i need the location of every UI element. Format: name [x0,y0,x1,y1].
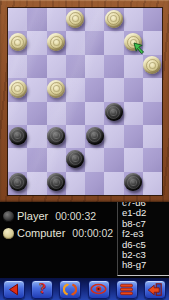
square-b5[interactable] [27,78,46,101]
square-d3[interactable] [66,125,85,148]
help-button[interactable]: ? [31,280,53,299]
board [8,8,162,195]
square-a1[interactable] [8,172,27,195]
player-row: Player 00:00:32 [3,210,96,222]
square-h4[interactable] [143,102,162,125]
square-a7[interactable] [8,31,27,54]
square-f4[interactable] [104,102,123,125]
question-mark-icon: ? [39,282,46,296]
square-g7[interactable] [124,31,143,54]
square-a3[interactable] [8,125,27,148]
square-h6[interactable] [143,55,162,78]
exit-button[interactable] [144,280,166,299]
black-piece-a3[interactable] [9,127,27,145]
square-c8[interactable] [47,8,66,31]
square-d1[interactable] [66,172,85,195]
square-d2[interactable] [66,148,85,171]
square-f8[interactable] [104,8,123,31]
white-piece-c5[interactable] [47,80,65,98]
list-bars-icon [119,283,134,296]
square-a4[interactable] [8,102,27,125]
back-arrow-icon [7,283,21,296]
square-g1[interactable] [124,172,143,195]
square-b2[interactable] [27,148,46,171]
white-piece-a5[interactable] [9,80,27,98]
square-f7[interactable] [104,31,123,54]
square-d5[interactable] [66,78,85,101]
view-button[interactable] [88,280,110,299]
square-c6[interactable] [47,55,66,78]
black-piece-g1[interactable] [124,173,142,191]
square-c5[interactable] [47,78,66,101]
square-a5[interactable] [8,78,27,101]
square-e8[interactable] [85,8,104,31]
move-entry: h8-g7 [122,260,169,270]
square-b8[interactable] [27,8,46,31]
computer-piece-icon [3,228,14,239]
black-piece-a1[interactable] [9,173,27,191]
square-c7[interactable] [47,31,66,54]
black-piece-c3[interactable] [47,127,65,145]
square-c3[interactable] [47,125,66,148]
square-e1[interactable] [85,172,104,195]
move-list: c7-d6e1-d2b8-c7f2-e3d6-c5b2-c3h8-g7 [122,202,169,271]
bottom-toolbar: ? [0,278,169,300]
exit-door-arrow-icon [147,283,162,296]
black-piece-f4[interactable] [105,103,123,121]
white-piece-c7[interactable] [47,33,65,51]
square-b6[interactable] [27,55,46,78]
square-d4[interactable] [66,102,85,125]
square-e3[interactable] [85,125,104,148]
last-move-cursor-icon [133,42,145,54]
eye-icon [90,283,107,295]
white-piece-a7[interactable] [9,33,27,51]
square-c1[interactable] [47,172,66,195]
square-f5[interactable] [104,78,123,101]
square-b3[interactable] [27,125,46,148]
square-h1[interactable] [143,172,162,195]
square-a8[interactable] [8,8,27,31]
square-h3[interactable] [143,125,162,148]
computer-clock: 00:00:02 [72,227,113,239]
square-e6[interactable] [85,55,104,78]
square-e7[interactable] [85,31,104,54]
square-b7[interactable] [27,31,46,54]
square-d8[interactable] [66,8,85,31]
player-piece-icon [3,211,14,222]
square-e5[interactable] [85,78,104,101]
square-e2[interactable] [85,148,104,171]
player-name: Player [17,210,48,222]
square-b4[interactable] [27,102,46,125]
white-piece-h6[interactable] [143,56,161,74]
square-g8[interactable] [124,8,143,31]
menu-button[interactable] [116,280,138,299]
square-h7[interactable] [143,31,162,54]
square-h2[interactable] [143,148,162,171]
square-b1[interactable] [27,172,46,195]
player-clock: 00:00:32 [55,210,96,222]
board-frame [0,0,169,202]
square-g3[interactable] [124,125,143,148]
black-piece-e3[interactable] [86,127,104,145]
rotate-arrows-icon [63,283,77,296]
replay-button[interactable] [59,280,81,299]
square-e4[interactable] [85,102,104,125]
square-g4[interactable] [124,102,143,125]
square-f6[interactable] [104,55,123,78]
checkers-app-screen: Player 00:00:32 Computer 00:00:02 c7-d6e… [0,0,169,300]
white-piece-d8[interactable] [66,10,84,28]
square-g2[interactable] [124,148,143,171]
square-c2[interactable] [47,148,66,171]
computer-row: Computer 00:00:02 [3,227,113,239]
move-list-panel[interactable]: c7-d6e1-d2b8-c7f2-e3d6-c5b2-c3h8-g7 [117,202,169,276]
black-piece-c1[interactable] [47,173,65,191]
square-c4[interactable] [47,102,66,125]
computer-name: Computer [17,227,65,239]
square-a6[interactable] [8,55,27,78]
square-h5[interactable] [143,78,162,101]
square-d6[interactable] [66,55,85,78]
square-h8[interactable] [143,8,162,31]
back-button[interactable] [3,280,25,299]
square-f2[interactable] [104,148,123,171]
square-g6[interactable] [124,55,143,78]
square-a2[interactable] [8,148,27,171]
square-f3[interactable] [104,125,123,148]
square-f1[interactable] [104,172,123,195]
white-piece-f8[interactable] [105,10,123,28]
black-piece-d2[interactable] [66,150,84,168]
square-d7[interactable] [66,31,85,54]
square-g5[interactable] [124,78,143,101]
